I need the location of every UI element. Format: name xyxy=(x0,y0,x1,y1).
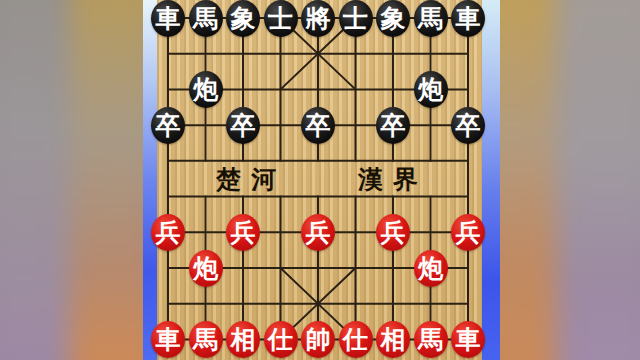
piece-black-soldier-r3c4[interactable]: 卒 xyxy=(301,107,335,144)
piece-black-soldier-r3c0[interactable]: 卒 xyxy=(151,107,185,144)
piece-red-horse-r9c1[interactable]: 馬 xyxy=(189,321,223,358)
piece-black-cannon-r2c1[interactable]: 炮 xyxy=(189,71,223,108)
piece-black-elephant-r0c6[interactable]: 象 xyxy=(376,0,410,37)
blurred-background-left xyxy=(0,0,166,360)
piece-black-general-r0c4[interactable]: 將 xyxy=(301,0,335,37)
piece-black-elephant-r0c2[interactable]: 象 xyxy=(226,0,260,37)
piece-red-advisor-r9c3[interactable]: 仕 xyxy=(264,321,298,358)
piece-red-general-r9c4[interactable]: 帥 xyxy=(301,321,335,358)
blue-side-stripe-left xyxy=(143,0,157,360)
piece-black-horse-r0c1[interactable]: 馬 xyxy=(189,0,223,37)
piece-black-advisor-r0c5[interactable]: 士 xyxy=(339,0,373,37)
piece-red-elephant-r9c2[interactable]: 相 xyxy=(226,321,260,358)
piece-red-chariot-r9c0[interactable]: 車 xyxy=(151,321,185,358)
river-label-chu-he: 楚河 xyxy=(216,163,286,196)
piece-red-elephant-r9c6[interactable]: 相 xyxy=(376,321,410,358)
piece-black-horse-r0c7[interactable]: 馬 xyxy=(414,0,448,37)
piece-red-soldier-r6c2[interactable]: 兵 xyxy=(226,214,260,251)
river-label-han-jie: 漢界 xyxy=(358,163,428,196)
piece-black-chariot-r0c8[interactable]: 車 xyxy=(451,0,485,37)
piece-red-soldier-r6c0[interactable]: 兵 xyxy=(151,214,185,251)
piece-red-soldier-r6c6[interactable]: 兵 xyxy=(376,214,410,251)
piece-black-cannon-r2c7[interactable]: 炮 xyxy=(414,71,448,108)
piece-black-soldier-r3c6[interactable]: 卒 xyxy=(376,107,410,144)
xiangqi-board[interactable]: 楚河 漢界 車馬象士將士象馬車炮炮卒卒卒卒卒兵兵兵兵兵炮炮車馬相仕帥仕相馬車 xyxy=(157,0,482,360)
piece-red-chariot-r9c8[interactable]: 車 xyxy=(451,321,485,358)
piece-red-advisor-r9c5[interactable]: 仕 xyxy=(339,321,373,358)
piece-red-cannon-r7c1[interactable]: 炮 xyxy=(189,250,223,287)
blue-side-stripe-right xyxy=(482,0,500,360)
piece-red-soldier-r6c8[interactable]: 兵 xyxy=(451,214,485,251)
piece-black-soldier-r3c8[interactable]: 卒 xyxy=(451,107,485,144)
piece-red-cannon-r7c7[interactable]: 炮 xyxy=(414,250,448,287)
piece-red-horse-r9c7[interactable]: 馬 xyxy=(414,321,448,358)
piece-red-soldier-r6c4[interactable]: 兵 xyxy=(301,214,335,251)
piece-black-advisor-r0c3[interactable]: 士 xyxy=(264,0,298,37)
screenshot-stage: 楚河 漢界 車馬象士將士象馬車炮炮卒卒卒卒卒兵兵兵兵兵炮炮車馬相仕帥仕相馬車 xyxy=(0,0,640,360)
piece-black-chariot-r0c0[interactable]: 車 xyxy=(151,0,185,37)
piece-black-soldier-r3c2[interactable]: 卒 xyxy=(226,107,260,144)
